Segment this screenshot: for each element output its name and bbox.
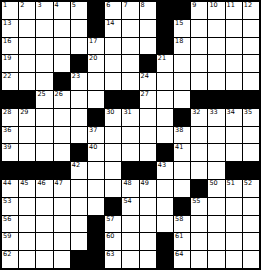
cell-r14c2[interactable] — [19, 233, 35, 250]
cell-r11c14[interactable]: 51 — [226, 180, 242, 197]
clue-number-35: 35 — [244, 109, 252, 116]
cell-r13c9[interactable] — [140, 216, 156, 233]
cell-r14c4[interactable] — [54, 233, 70, 250]
cell-r1c13[interactable]: 10 — [208, 2, 224, 19]
cell-r14c9[interactable] — [140, 233, 156, 250]
black-cell-r9c10 — [157, 144, 173, 161]
black-cell-r10c1 — [2, 162, 18, 179]
black-cell-r7c11 — [174, 109, 190, 126]
cell-r3c9[interactable] — [140, 38, 156, 55]
black-cell-r11c12 — [191, 180, 207, 197]
clue-number-47: 47 — [55, 180, 63, 187]
cell-r8c2[interactable] — [19, 127, 35, 144]
cell-r13c5[interactable] — [71, 216, 87, 233]
black-cell-r12c11 — [174, 198, 190, 215]
black-cell-r6c12 — [191, 91, 207, 108]
clue-number-20: 20 — [89, 55, 97, 62]
black-cell-r7c6 — [88, 109, 104, 126]
clue-number-46: 46 — [37, 180, 45, 187]
cell-r5c7[interactable] — [105, 73, 121, 90]
cell-r2c8[interactable] — [122, 20, 138, 37]
cell-r8c3[interactable] — [36, 127, 52, 144]
clue-number-39: 39 — [3, 144, 11, 151]
cell-r7c3[interactable] — [36, 109, 52, 126]
clue-number-43: 43 — [158, 162, 166, 169]
clue-number-24: 24 — [141, 73, 149, 80]
cell-r2c11[interactable]: 15 — [174, 20, 190, 37]
cell-r6c4[interactable]: 26 — [54, 91, 70, 108]
black-cell-r6c7 — [105, 91, 121, 108]
cell-r3c5[interactable] — [71, 38, 87, 55]
cell-r11c5[interactable] — [71, 180, 87, 197]
cell-r1c4[interactable]: 4 — [54, 2, 70, 19]
cell-r12c1[interactable]: 53 — [2, 198, 18, 215]
cell-r1c14[interactable]: 11 — [226, 2, 242, 19]
clue-number-5: 5 — [72, 2, 76, 9]
black-cell-r10c4 — [54, 162, 70, 179]
cell-r6c6[interactable] — [88, 91, 104, 108]
clue-number-50: 50 — [209, 180, 217, 187]
cell-r11c13[interactable]: 50 — [208, 180, 224, 197]
cell-r1c15[interactable]: 12 — [243, 2, 259, 19]
cell-r15c11[interactable]: 64 — [174, 251, 190, 268]
black-cell-r15c5 — [71, 251, 87, 268]
cell-r15c7[interactable]: 63 — [105, 251, 121, 268]
clue-number-32: 32 — [192, 109, 200, 116]
cell-r13c4[interactable] — [54, 216, 70, 233]
cell-r15c1[interactable]: 62 — [2, 251, 18, 268]
cell-r14c7[interactable]: 60 — [105, 233, 121, 250]
clue-number-64: 64 — [175, 251, 183, 258]
crossword-grid: 1234567891011121314151617181920212223242… — [0, 0, 261, 270]
clue-number-15: 15 — [175, 20, 183, 27]
cell-r10c6[interactable] — [88, 162, 104, 179]
clue-number-3: 3 — [37, 2, 41, 9]
cell-r8c6[interactable]: 37 — [88, 127, 104, 144]
clue-number-34: 34 — [227, 109, 235, 116]
cell-r1c5[interactable]: 5 — [71, 2, 87, 19]
cell-r8c11[interactable]: 38 — [174, 127, 190, 144]
cell-r3c2[interactable] — [19, 38, 35, 55]
cell-r8c12[interactable] — [191, 127, 207, 144]
cell-r8c1[interactable]: 36 — [2, 127, 18, 144]
cell-r6c11[interactable] — [174, 91, 190, 108]
cell-r14c13[interactable] — [208, 233, 224, 250]
cell-r15c14[interactable] — [226, 251, 242, 268]
cell-r7c12[interactable]: 32 — [191, 109, 207, 126]
clue-number-36: 36 — [3, 127, 11, 134]
cell-r11c2[interactable]: 45 — [19, 180, 35, 197]
cell-r8c9[interactable] — [140, 127, 156, 144]
cell-r3c11[interactable]: 18 — [174, 38, 190, 55]
cell-r4c7[interactable] — [105, 55, 121, 72]
clue-number-61: 61 — [175, 233, 183, 240]
cell-r5c9[interactable]: 24 — [140, 73, 156, 90]
cell-r6c10[interactable] — [157, 91, 173, 108]
black-cell-r4c9 — [140, 55, 156, 72]
clue-number-56: 56 — [3, 216, 11, 223]
clue-number-4: 4 — [55, 2, 59, 9]
cell-r7c7[interactable]: 30 — [105, 109, 121, 126]
cell-r7c8[interactable]: 31 — [122, 109, 138, 126]
cell-r7c1[interactable]: 28 — [2, 109, 18, 126]
cell-r1c1[interactable]: 1 — [2, 2, 18, 19]
cell-r12c6[interactable] — [88, 198, 104, 215]
black-cell-r10c9 — [140, 162, 156, 179]
cell-r15c2[interactable] — [19, 251, 35, 268]
cell-r14c3[interactable] — [36, 233, 52, 250]
clue-number-51: 51 — [227, 180, 235, 187]
cell-r15c3[interactable] — [36, 251, 52, 268]
cell-r3c14[interactable] — [226, 38, 242, 55]
cell-r12c10[interactable] — [157, 198, 173, 215]
cell-r10c13[interactable] — [208, 162, 224, 179]
clue-number-31: 31 — [123, 109, 131, 116]
cell-r12c2[interactable] — [19, 198, 35, 215]
cell-r5c2[interactable] — [19, 73, 35, 90]
clue-number-2: 2 — [20, 2, 24, 9]
cell-r11c8[interactable]: 48 — [122, 180, 138, 197]
clue-number-40: 40 — [89, 144, 97, 151]
cell-r13c13[interactable] — [208, 216, 224, 233]
cell-r5c1[interactable]: 22 — [2, 73, 18, 90]
cell-r8c5[interactable] — [71, 127, 87, 144]
cell-r15c9[interactable] — [140, 251, 156, 268]
clue-number-52: 52 — [244, 180, 252, 187]
cell-r2c2[interactable] — [19, 20, 35, 37]
clue-number-6: 6 — [106, 2, 110, 9]
black-cell-r1c11 — [174, 2, 190, 19]
cell-r13c14[interactable] — [226, 216, 242, 233]
cell-r15c12[interactable] — [191, 251, 207, 268]
cell-r11c1[interactable]: 44 — [2, 180, 18, 197]
cell-r13c8[interactable] — [122, 216, 138, 233]
cell-r6c5[interactable] — [71, 91, 87, 108]
cell-r8c13[interactable] — [208, 127, 224, 144]
cell-r4c13[interactable] — [208, 55, 224, 72]
cell-r12c13[interactable] — [208, 198, 224, 215]
black-cell-r6c13 — [208, 91, 224, 108]
black-cell-r6c2 — [19, 91, 35, 108]
clue-number-59: 59 — [3, 233, 11, 240]
clue-number-7: 7 — [123, 2, 127, 9]
cell-r4c15[interactable] — [243, 55, 259, 72]
cell-r9c14[interactable] — [226, 144, 242, 161]
black-cell-r14c10 — [157, 233, 173, 250]
cell-r5c8[interactable] — [122, 73, 138, 90]
clue-number-27: 27 — [141, 91, 149, 98]
cell-r12c4[interactable] — [54, 198, 70, 215]
cell-r12c3[interactable] — [36, 198, 52, 215]
cell-r11c4[interactable]: 47 — [54, 180, 70, 197]
cell-r1c3[interactable]: 3 — [36, 2, 52, 19]
cell-r13c10[interactable] — [157, 216, 173, 233]
cell-r1c2[interactable]: 2 — [19, 2, 35, 19]
cell-r7c14[interactable]: 34 — [226, 109, 242, 126]
cell-r5c15[interactable] — [243, 73, 259, 90]
cell-r4c10[interactable]: 21 — [157, 55, 173, 72]
cell-r14c12[interactable] — [191, 233, 207, 250]
black-cell-r1c10 — [157, 2, 173, 19]
cell-r9c3[interactable] — [36, 144, 52, 161]
cell-r4c3[interactable] — [36, 55, 52, 72]
clue-number-25: 25 — [37, 91, 45, 98]
cell-r10c11[interactable] — [174, 162, 190, 179]
cell-r10c12[interactable] — [191, 162, 207, 179]
clue-number-8: 8 — [141, 2, 145, 9]
cell-r11c6[interactable] — [88, 180, 104, 197]
cell-r15c8[interactable] — [122, 251, 138, 268]
clue-number-9: 9 — [192, 2, 196, 9]
clue-number-23: 23 — [72, 73, 80, 80]
clue-number-49: 49 — [141, 180, 149, 187]
cell-r12c12[interactable]: 55 — [191, 198, 207, 215]
cell-r3c13[interactable] — [208, 38, 224, 55]
cell-r13c1[interactable]: 56 — [2, 216, 18, 233]
cell-r4c4[interactable] — [54, 55, 70, 72]
cell-r13c3[interactable] — [36, 216, 52, 233]
black-cell-r10c3 — [36, 162, 52, 179]
clue-number-45: 45 — [20, 180, 28, 187]
cell-r9c9[interactable] — [140, 144, 156, 161]
cell-r9c11[interactable]: 41 — [174, 144, 190, 161]
clue-number-63: 63 — [106, 251, 114, 258]
cell-r10c5[interactable]: 42 — [71, 162, 87, 179]
cell-r1c7[interactable]: 6 — [105, 2, 121, 19]
clue-number-19: 19 — [3, 55, 11, 62]
cell-r14c14[interactable] — [226, 233, 242, 250]
cell-r2c1[interactable]: 13 — [2, 20, 18, 37]
clue-number-12: 12 — [244, 2, 252, 9]
cell-r15c4[interactable] — [54, 251, 70, 268]
cell-r6c3[interactable]: 25 — [36, 91, 52, 108]
cell-r8c10[interactable] — [157, 127, 173, 144]
clue-number-55: 55 — [192, 198, 200, 205]
cell-r1c9[interactable]: 8 — [140, 2, 156, 19]
cell-r9c1[interactable]: 39 — [2, 144, 18, 161]
black-cell-r12c7 — [105, 198, 121, 215]
clue-number-57: 57 — [106, 216, 114, 223]
clue-number-42: 42 — [72, 162, 80, 169]
cell-r5c14[interactable] — [226, 73, 242, 90]
cell-r9c4[interactable] — [54, 144, 70, 161]
cell-r12c5[interactable] — [71, 198, 87, 215]
cell-r12c15[interactable] — [243, 198, 259, 215]
clue-number-21: 21 — [158, 55, 166, 62]
black-cell-r5c4 — [54, 73, 70, 90]
cell-r13c11[interactable]: 58 — [174, 216, 190, 233]
cell-r2c14[interactable] — [226, 20, 242, 37]
cell-r10c10[interactable]: 43 — [157, 162, 173, 179]
cell-r5c13[interactable] — [208, 73, 224, 90]
clue-number-54: 54 — [123, 198, 131, 205]
black-cell-r10c2 — [19, 162, 35, 179]
clue-number-1: 1 — [3, 2, 7, 9]
cell-r8c4[interactable] — [54, 127, 70, 144]
black-cell-r14c6 — [88, 233, 104, 250]
cell-r5c12[interactable] — [191, 73, 207, 90]
clue-number-41: 41 — [175, 144, 183, 151]
cell-r4c8[interactable] — [122, 55, 138, 72]
cell-r2c13[interactable] — [208, 20, 224, 37]
clue-number-38: 38 — [175, 127, 183, 134]
cell-r3c7[interactable] — [105, 38, 121, 55]
cell-r3c1[interactable]: 16 — [2, 38, 18, 55]
black-cell-r10c14 — [226, 162, 242, 179]
cell-r9c7[interactable] — [105, 144, 121, 161]
clue-number-11: 11 — [227, 2, 235, 9]
cell-r9c15[interactable] — [243, 144, 259, 161]
cell-r8c7[interactable] — [105, 127, 121, 144]
cell-r12c9[interactable] — [140, 198, 156, 215]
cell-r7c10[interactable] — [157, 109, 173, 126]
black-cell-r3c10 — [157, 38, 173, 55]
clue-number-17: 17 — [89, 38, 97, 45]
cell-r7c9[interactable] — [140, 109, 156, 126]
black-cell-r9c5 — [71, 144, 87, 161]
black-cell-r6c1 — [2, 91, 18, 108]
cell-r1c8[interactable]: 7 — [122, 2, 138, 19]
black-cell-r1c6 — [88, 2, 104, 19]
cell-r10c7[interactable] — [105, 162, 121, 179]
cell-r11c3[interactable]: 46 — [36, 180, 52, 197]
black-cell-r13c6 — [88, 216, 104, 233]
black-cell-r2c6 — [88, 20, 104, 37]
cell-r5c6[interactable] — [88, 73, 104, 90]
clue-number-16: 16 — [3, 38, 11, 45]
cell-r3c6[interactable]: 17 — [88, 38, 104, 55]
black-cell-r15c10 — [157, 251, 173, 268]
cell-r13c2[interactable] — [19, 216, 35, 233]
cell-r9c2[interactable] — [19, 144, 35, 161]
cell-r2c7[interactable]: 14 — [105, 20, 121, 37]
cell-r3c3[interactable] — [36, 38, 52, 55]
clue-number-14: 14 — [106, 20, 114, 27]
cell-r15c13[interactable] — [208, 251, 224, 268]
cell-r11c11[interactable] — [174, 180, 190, 197]
cell-r13c7[interactable]: 57 — [105, 216, 121, 233]
cell-r14c8[interactable] — [122, 233, 138, 250]
cell-r5c5[interactable]: 23 — [71, 73, 87, 90]
clue-number-10: 10 — [209, 2, 217, 9]
clue-number-62: 62 — [3, 251, 11, 258]
black-cell-r6c8 — [122, 91, 138, 108]
cell-r11c10[interactable] — [157, 180, 173, 197]
cell-r2c4[interactable] — [54, 20, 70, 37]
cell-r3c15[interactable] — [243, 38, 259, 55]
cell-r3c12[interactable] — [191, 38, 207, 55]
cell-r5c10[interactable] — [157, 73, 173, 90]
cell-r2c5[interactable] — [71, 20, 87, 37]
clue-number-60: 60 — [106, 233, 114, 240]
cell-r11c7[interactable] — [105, 180, 121, 197]
black-cell-r10c8 — [122, 162, 138, 179]
cell-r2c3[interactable] — [36, 20, 52, 37]
cell-r2c15[interactable] — [243, 20, 259, 37]
clue-number-30: 30 — [106, 109, 114, 116]
cell-r1c12[interactable]: 9 — [191, 2, 207, 19]
cell-r2c9[interactable] — [140, 20, 156, 37]
cell-r4c11[interactable] — [174, 55, 190, 72]
cell-r6c9[interactable]: 27 — [140, 91, 156, 108]
clue-number-37: 37 — [89, 127, 97, 134]
clue-number-48: 48 — [123, 180, 131, 187]
black-cell-r6c15 — [243, 91, 259, 108]
cell-r14c5[interactable] — [71, 233, 87, 250]
clue-number-33: 33 — [209, 109, 217, 116]
cell-r5c3[interactable] — [36, 73, 52, 90]
clue-number-58: 58 — [175, 216, 183, 223]
cell-r14c15[interactable] — [243, 233, 259, 250]
cell-r2c12[interactable] — [191, 20, 207, 37]
cell-r8c8[interactable] — [122, 127, 138, 144]
cell-r4c1[interactable]: 19 — [2, 55, 18, 72]
cell-r9c8[interactable] — [122, 144, 138, 161]
cell-r13c15[interactable] — [243, 216, 259, 233]
cell-r7c13[interactable]: 33 — [208, 109, 224, 126]
cell-r7c4[interactable] — [54, 109, 70, 126]
cell-r7c15[interactable]: 35 — [243, 109, 259, 126]
black-cell-r2c10 — [157, 20, 173, 37]
cell-r9c12[interactable] — [191, 144, 207, 161]
cell-r4c2[interactable] — [19, 55, 35, 72]
cell-r3c4[interactable] — [54, 38, 70, 55]
cell-r9c13[interactable] — [208, 144, 224, 161]
clue-number-29: 29 — [20, 109, 28, 116]
clue-number-44: 44 — [3, 180, 11, 187]
cell-r12c14[interactable] — [226, 198, 242, 215]
cell-r7c2[interactable]: 29 — [19, 109, 35, 126]
cell-r11c9[interactable]: 49 — [140, 180, 156, 197]
cell-r9c6[interactable]: 40 — [88, 144, 104, 161]
cell-r8c14[interactable] — [226, 127, 242, 144]
cell-r3c8[interactable] — [122, 38, 138, 55]
cell-r4c12[interactable] — [191, 55, 207, 72]
cell-r5c11[interactable] — [174, 73, 190, 90]
cell-r14c1[interactable]: 59 — [2, 233, 18, 250]
cell-r15c15[interactable] — [243, 251, 259, 268]
cell-r4c14[interactable] — [226, 55, 242, 72]
cell-r7c5[interactable] — [71, 109, 87, 126]
black-cell-r15c6 — [88, 251, 104, 268]
black-cell-r6c14 — [226, 91, 242, 108]
clue-number-28: 28 — [3, 109, 11, 116]
clue-number-22: 22 — [3, 73, 11, 80]
cell-r4c6[interactable]: 20 — [88, 55, 104, 72]
clue-number-18: 18 — [175, 38, 183, 45]
clue-number-26: 26 — [55, 91, 63, 98]
clue-number-53: 53 — [3, 198, 11, 205]
cell-r13c12[interactable] — [191, 216, 207, 233]
black-cell-r4c5 — [71, 55, 87, 72]
cell-r12c8[interactable]: 54 — [122, 198, 138, 215]
cell-r14c11[interactable]: 61 — [174, 233, 190, 250]
clue-number-13: 13 — [3, 20, 11, 27]
black-cell-r10c15 — [243, 162, 259, 179]
cell-r11c15[interactable]: 52 — [243, 180, 259, 197]
cell-r8c15[interactable] — [243, 127, 259, 144]
